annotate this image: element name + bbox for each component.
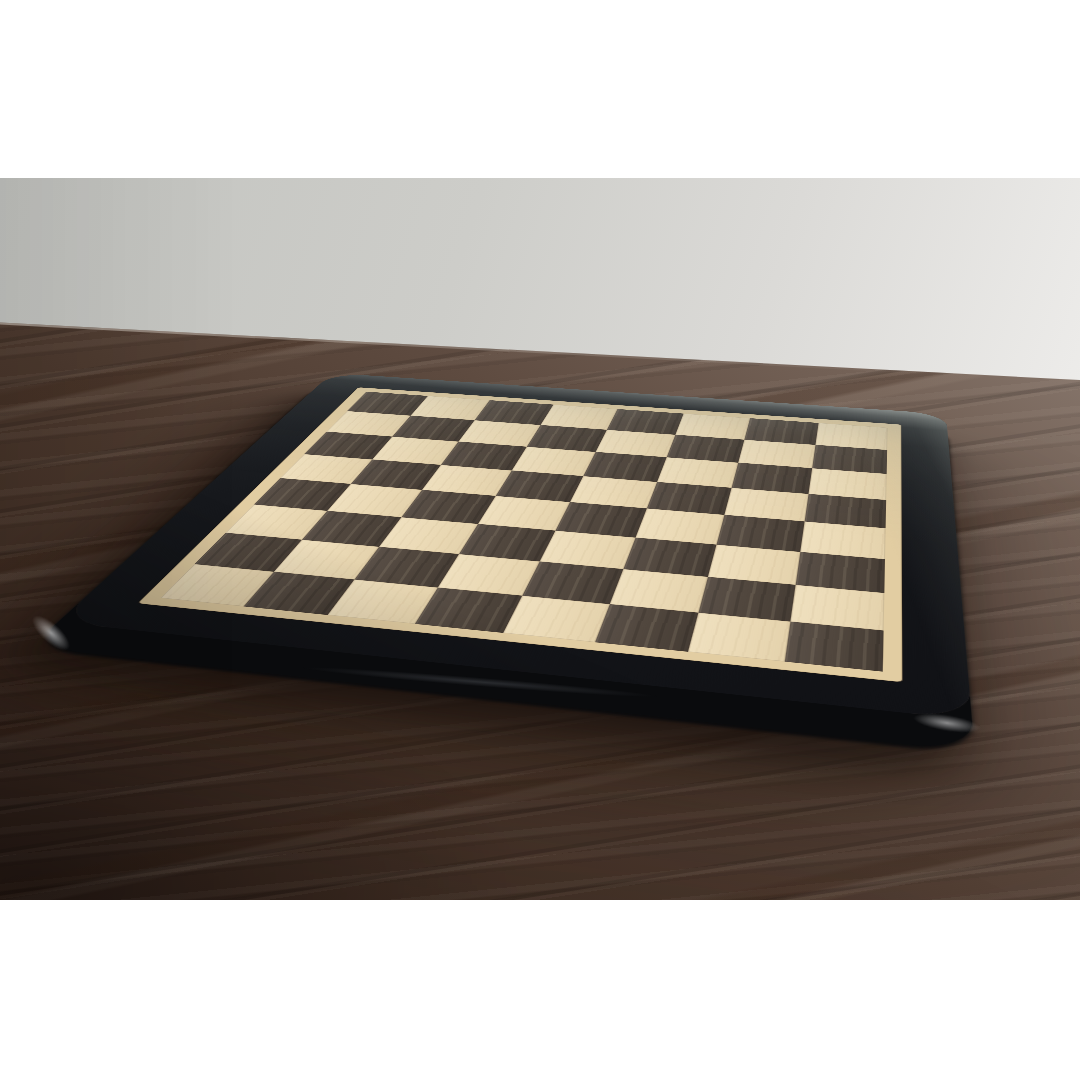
square-r8c6 xyxy=(594,604,698,652)
scene xyxy=(0,0,1080,1080)
board-grid xyxy=(161,392,888,672)
square-r8c7 xyxy=(688,612,790,661)
square-r8c8 xyxy=(784,621,883,671)
white-matte-bottom xyxy=(0,900,1080,1080)
square-r8c5 xyxy=(503,595,609,642)
white-matte-top xyxy=(0,0,1080,178)
